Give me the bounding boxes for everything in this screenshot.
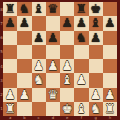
- square-f3[interactable]: ♟: [74, 73, 88, 87]
- white-queen-piece[interactable]: ♛: [46, 88, 60, 102]
- square-d4[interactable]: ♟: [46, 59, 60, 73]
- black-bishop-piece[interactable]: ♝: [89, 16, 103, 30]
- square-h6[interactable]: [103, 31, 117, 45]
- square-g1[interactable]: ♞: [89, 102, 103, 116]
- black-pawn-piece[interactable]: ♟: [74, 16, 88, 30]
- square-g7[interactable]: ♝: [89, 16, 103, 30]
- file-label-g: g: [89, 116, 103, 120]
- black-knight-piece[interactable]: ♞: [17, 2, 31, 16]
- square-e6[interactable]: [60, 31, 74, 45]
- square-b4[interactable]: [17, 59, 31, 73]
- square-d8[interactable]: ♛: [46, 2, 60, 16]
- black-rook-piece[interactable]: ♜: [74, 2, 88, 16]
- square-g4[interactable]: [89, 59, 103, 73]
- white-knight-piece[interactable]: ♞: [32, 73, 46, 87]
- square-f4[interactable]: [74, 59, 88, 73]
- square-b2[interactable]: ♟: [17, 88, 31, 102]
- square-f8[interactable]: ♜: [74, 2, 88, 16]
- square-b1[interactable]: [17, 102, 31, 116]
- square-c6[interactable]: ♟: [32, 31, 46, 45]
- square-h1[interactable]: ♜: [103, 102, 117, 116]
- square-d1[interactable]: [46, 102, 60, 116]
- square-g6[interactable]: ♟: [89, 31, 103, 45]
- white-pawn-piece[interactable]: ♟: [60, 59, 74, 73]
- square-g8[interactable]: ♚: [89, 2, 103, 16]
- square-f5[interactable]: [74, 45, 88, 59]
- file-label-d: d: [46, 116, 60, 120]
- white-rook-piece[interactable]: ♜: [103, 102, 117, 116]
- file-label-a: a: [3, 116, 17, 120]
- file-label-b: b: [17, 116, 31, 120]
- black-king-piece[interactable]: ♚: [89, 2, 103, 16]
- square-a8[interactable]: ♜: [3, 2, 17, 16]
- white-pawn-piece[interactable]: ♟: [74, 73, 88, 87]
- white-bishop-piece[interactable]: ♝: [74, 102, 88, 116]
- square-c1[interactable]: [32, 102, 46, 116]
- square-b3[interactable]: [17, 73, 31, 87]
- square-h5[interactable]: [103, 45, 117, 59]
- black-queen-piece[interactable]: ♛: [46, 2, 60, 16]
- square-b5[interactable]: [17, 45, 31, 59]
- white-pawn-piece[interactable]: ♟: [3, 88, 17, 102]
- square-d3[interactable]: [46, 73, 60, 87]
- square-e7[interactable]: ♟: [60, 16, 74, 30]
- black-pawn-piece[interactable]: ♟: [103, 16, 117, 30]
- white-pawn-piece[interactable]: ♟: [32, 59, 46, 73]
- square-b7[interactable]: ♟: [17, 16, 31, 30]
- square-e3[interactable]: ♝: [60, 73, 74, 87]
- black-pawn-piece[interactable]: ♟: [3, 16, 17, 30]
- white-king-piece[interactable]: ♚: [60, 102, 74, 116]
- square-h7[interactable]: ♟: [103, 16, 117, 30]
- black-pawn-piece[interactable]: ♟: [89, 31, 103, 45]
- square-b8[interactable]: ♞: [17, 2, 31, 16]
- square-a2[interactable]: ♟: [3, 88, 17, 102]
- square-g2[interactable]: ♟: [89, 88, 103, 102]
- square-d2[interactable]: ♛: [46, 88, 60, 102]
- square-d6[interactable]: ♟: [46, 31, 60, 45]
- square-g3[interactable]: [89, 73, 103, 87]
- square-c7[interactable]: [32, 16, 46, 30]
- square-a3[interactable]: [3, 73, 17, 87]
- white-pawn-piece[interactable]: ♟: [89, 88, 103, 102]
- file-labels: abcdefgh: [3, 116, 117, 120]
- black-pawn-piece[interactable]: ♟: [60, 16, 74, 30]
- square-d5[interactable]: [46, 45, 60, 59]
- black-rook-piece[interactable]: ♜: [3, 2, 17, 16]
- square-a7[interactable]: ♟: [3, 16, 17, 30]
- white-pawn-piece[interactable]: ♟: [17, 88, 31, 102]
- square-c5[interactable]: [32, 45, 46, 59]
- square-e8[interactable]: [60, 2, 74, 16]
- square-g5[interactable]: [89, 45, 103, 59]
- square-e2[interactable]: [60, 88, 74, 102]
- file-label-e: e: [60, 116, 74, 120]
- file-label-h: h: [103, 116, 117, 120]
- square-e1[interactable]: ♚: [60, 102, 74, 116]
- black-pawn-piece[interactable]: ♟: [46, 31, 60, 45]
- square-b6[interactable]: [17, 31, 31, 45]
- square-h4[interactable]: [103, 59, 117, 73]
- square-f1[interactable]: ♝: [74, 102, 88, 116]
- white-pawn-piece[interactable]: ♟: [46, 59, 60, 73]
- square-f7[interactable]: ♟: [74, 16, 88, 30]
- square-h8[interactable]: [103, 2, 117, 16]
- square-a5[interactable]: [3, 45, 17, 59]
- square-h3[interactable]: [103, 73, 117, 87]
- chess-board[interactable]: ♜♞♝♛♜♚♟♟♟♟♝♟♟♟♞♟♟♟♟♞♝♟♟♟♛♟♟♜♚♝♞♜: [3, 2, 117, 116]
- square-a1[interactable]: ♜: [3, 102, 17, 116]
- square-d7[interactable]: [46, 16, 60, 30]
- white-bishop-piece[interactable]: ♝: [60, 73, 74, 87]
- square-e4[interactable]: ♟: [60, 59, 74, 73]
- file-label-c: c: [32, 116, 46, 120]
- white-knight-piece[interactable]: ♞: [89, 102, 103, 116]
- square-a4[interactable]: [3, 59, 17, 73]
- black-bishop-piece[interactable]: ♝: [32, 2, 46, 16]
- black-pawn-piece[interactable]: ♟: [17, 16, 31, 30]
- white-pawn-piece[interactable]: ♟: [103, 88, 117, 102]
- square-f6[interactable]: ♞: [74, 31, 88, 45]
- file-label-f: f: [74, 116, 88, 120]
- square-c2[interactable]: [32, 88, 46, 102]
- square-e5[interactable]: [60, 45, 74, 59]
- square-f2[interactable]: [74, 88, 88, 102]
- chess-board-frame: 87654321 ♜♞♝♛♜♚♟♟♟♟♝♟♟♟♞♟♟♟♟♞♝♟♟♟♛♟♟♜♚♝♞…: [0, 0, 120, 120]
- black-pawn-piece[interactable]: ♟: [32, 31, 46, 45]
- square-h2[interactable]: ♟: [103, 88, 117, 102]
- square-c3[interactable]: ♞: [32, 73, 46, 87]
- square-c4[interactable]: ♟: [32, 59, 46, 73]
- square-c8[interactable]: ♝: [32, 2, 46, 16]
- square-a6[interactable]: [3, 31, 17, 45]
- black-knight-piece[interactable]: ♞: [74, 31, 88, 45]
- white-rook-piece[interactable]: ♜: [3, 102, 17, 116]
